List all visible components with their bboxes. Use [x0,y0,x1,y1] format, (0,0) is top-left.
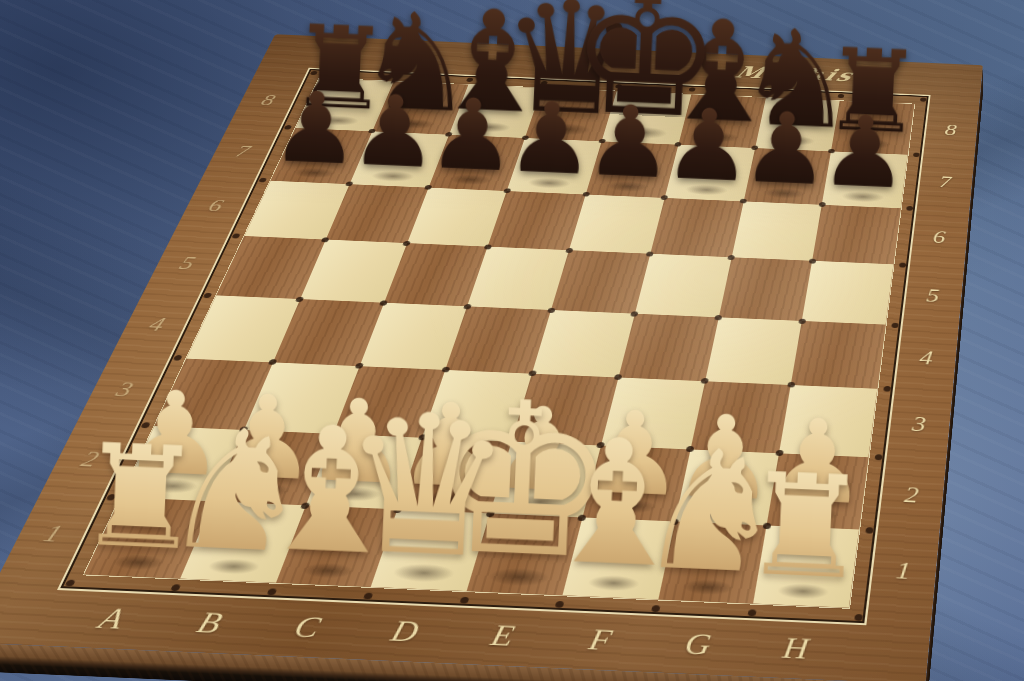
piece-cell-a1: ♜ [84,497,213,578]
piece-white-queen[interactable]: ♛ [336,390,517,581]
piece-white-bishop[interactable]: ♝ [535,419,697,590]
rank-label-right-2: 2 [883,458,939,533]
rank-label-right-4: 4 [900,326,952,392]
led-dot [809,258,817,263]
board-wrap: Mephisto ABCDEFGH 87654321 87654321 ♜♞♝♛… [126,0,977,681]
led-dot [898,262,905,267]
chessboard: Mephisto ABCDEFGH 87654321 87654321 ♜♞♝♛… [0,34,983,681]
piece-cell-g4 [705,317,802,385]
background-cloth: Mephisto ABCDEFGH 87654321 87654321 ♜♞♝♛… [0,0,1024,681]
piece-cell-f4 [618,314,718,381]
led-dot [912,153,919,158]
led-dot [837,94,844,98]
piece-white-rook[interactable]: ♜ [740,458,872,597]
rank-label-right-1: 1 [874,531,932,612]
led-dot [615,84,622,88]
led-dot [920,97,927,101]
led-dot [906,206,913,211]
piece-cell-h4 [791,321,886,389]
piece-cell-b4 [273,299,384,366]
piece-cell-f1: ♝ [562,518,674,600]
piece-cell-d1: ♛ [371,510,490,592]
piece-cell-h1: ♜ [753,526,859,608]
piece-white-rook[interactable]: ♜ [74,429,206,568]
